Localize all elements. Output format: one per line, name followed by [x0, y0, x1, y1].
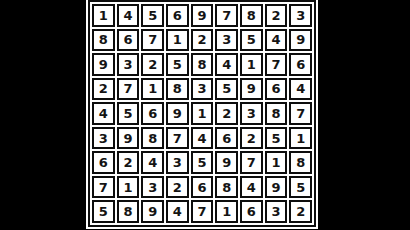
cell-r2c7[interactable]: 5	[240, 29, 263, 52]
cell-r8c5[interactable]: 6	[191, 176, 214, 199]
cell-r9c1[interactable]: 5	[92, 200, 115, 223]
letterbox-right	[318, 0, 410, 230]
cell-r6c1[interactable]: 3	[92, 127, 115, 150]
screenshot-stage: 1456978238671235499325841762718359644569…	[0, 0, 410, 230]
cell-r8c1[interactable]: 7	[92, 176, 115, 199]
cell-r5c5[interactable]: 1	[191, 102, 214, 125]
cell-r7c8[interactable]: 1	[265, 151, 288, 174]
cell-r2c4[interactable]: 1	[166, 29, 189, 52]
cell-r7c1[interactable]: 6	[92, 151, 115, 174]
cell-r4c4[interactable]: 8	[166, 78, 189, 101]
cell-r3c9[interactable]: 6	[289, 53, 312, 76]
cell-r6c9[interactable]: 1	[289, 127, 312, 150]
cell-r1c8[interactable]: 2	[265, 4, 288, 27]
cell-r9c4[interactable]: 4	[166, 200, 189, 223]
cell-r4c7[interactable]: 9	[240, 78, 263, 101]
cell-r9c8[interactable]: 3	[265, 200, 288, 223]
cell-r8c7[interactable]: 4	[240, 176, 263, 199]
cell-r1c4[interactable]: 6	[166, 4, 189, 27]
cell-r5c7[interactable]: 3	[240, 102, 263, 125]
cell-r7c6[interactable]: 9	[215, 151, 238, 174]
cell-r8c3[interactable]: 3	[141, 176, 164, 199]
cell-r4c1[interactable]: 2	[92, 78, 115, 101]
cell-r7c5[interactable]: 5	[191, 151, 214, 174]
cell-r4c5[interactable]: 3	[191, 78, 214, 101]
cell-r3c6[interactable]: 4	[215, 53, 238, 76]
cell-r7c2[interactable]: 2	[117, 151, 140, 174]
cell-r9c9[interactable]: 2	[289, 200, 312, 223]
cell-r4c3[interactable]: 1	[141, 78, 164, 101]
cell-r2c9[interactable]: 9	[289, 29, 312, 52]
cell-r1c1[interactable]: 1	[92, 4, 115, 27]
cell-r4c6[interactable]: 5	[215, 78, 238, 101]
cell-r9c7[interactable]: 6	[240, 200, 263, 223]
cell-r3c4[interactable]: 5	[166, 53, 189, 76]
cell-r5c1[interactable]: 4	[92, 102, 115, 125]
cell-r1c7[interactable]: 8	[240, 4, 263, 27]
cell-r9c5[interactable]: 7	[191, 200, 214, 223]
cell-r1c9[interactable]: 3	[289, 4, 312, 27]
board-outer-frame: 1456978238671235499325841762718359644569…	[88, 0, 316, 227]
sudoku-board: 1456978238671235499325841762718359644569…	[86, 0, 318, 229]
cell-r1c5[interactable]: 9	[191, 4, 214, 27]
cell-r7c3[interactable]: 4	[141, 151, 164, 174]
cell-r7c7[interactable]: 7	[240, 151, 263, 174]
sudoku-grid: 1456978238671235499325841762718359644569…	[90, 2, 314, 225]
cell-r2c3[interactable]: 7	[141, 29, 164, 52]
cell-r5c4[interactable]: 9	[166, 102, 189, 125]
cell-r2c2[interactable]: 6	[117, 29, 140, 52]
cell-r5c6[interactable]: 2	[215, 102, 238, 125]
cell-r6c8[interactable]: 5	[265, 127, 288, 150]
cell-r1c3[interactable]: 5	[141, 4, 164, 27]
cell-r3c7[interactable]: 1	[240, 53, 263, 76]
cell-r3c1[interactable]: 9	[92, 53, 115, 76]
cell-r6c6[interactable]: 6	[215, 127, 238, 150]
cell-r3c2[interactable]: 3	[117, 53, 140, 76]
cell-r8c4[interactable]: 2	[166, 176, 189, 199]
cell-r6c7[interactable]: 2	[240, 127, 263, 150]
cell-r7c9[interactable]: 8	[289, 151, 312, 174]
cell-r6c5[interactable]: 4	[191, 127, 214, 150]
cell-r8c8[interactable]: 9	[265, 176, 288, 199]
cell-r3c8[interactable]: 7	[265, 53, 288, 76]
cell-r1c2[interactable]: 4	[117, 4, 140, 27]
cell-r2c6[interactable]: 3	[215, 29, 238, 52]
cell-r2c8[interactable]: 4	[265, 29, 288, 52]
cell-r6c4[interactable]: 7	[166, 127, 189, 150]
cell-r5c3[interactable]: 6	[141, 102, 164, 125]
cell-r5c8[interactable]: 8	[265, 102, 288, 125]
cell-r4c2[interactable]: 7	[117, 78, 140, 101]
cell-r9c2[interactable]: 8	[117, 200, 140, 223]
cell-r6c2[interactable]: 9	[117, 127, 140, 150]
cell-r2c1[interactable]: 8	[92, 29, 115, 52]
cell-r8c2[interactable]: 1	[117, 176, 140, 199]
letterbox-left	[0, 0, 86, 230]
cell-r9c3[interactable]: 9	[141, 200, 164, 223]
cell-r5c9[interactable]: 7	[289, 102, 312, 125]
cell-r8c6[interactable]: 8	[215, 176, 238, 199]
cell-r5c2[interactable]: 5	[117, 102, 140, 125]
cell-r3c3[interactable]: 2	[141, 53, 164, 76]
cell-r6c3[interactable]: 8	[141, 127, 164, 150]
cell-r3c5[interactable]: 8	[191, 53, 214, 76]
cell-r8c9[interactable]: 5	[289, 176, 312, 199]
cell-r7c4[interactable]: 3	[166, 151, 189, 174]
cell-r1c6[interactable]: 7	[215, 4, 238, 27]
cell-r4c8[interactable]: 6	[265, 78, 288, 101]
cell-r4c9[interactable]: 4	[289, 78, 312, 101]
cell-r2c5[interactable]: 2	[191, 29, 214, 52]
cell-r9c6[interactable]: 1	[215, 200, 238, 223]
